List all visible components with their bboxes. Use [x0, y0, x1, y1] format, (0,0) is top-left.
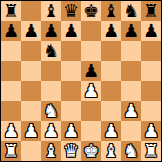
piece-black-pawn: ♟ — [83, 61, 99, 81]
piece-white-queen: ♛ — [63, 141, 79, 161]
square-b5[interactable] — [21, 61, 41, 81]
piece-white-pawn: ♟ — [103, 121, 119, 141]
square-b6[interactable] — [21, 41, 41, 61]
piece-black-pawn: ♟ — [23, 21, 39, 41]
square-g6[interactable] — [121, 41, 141, 61]
square-g7[interactable]: ♟ — [121, 21, 141, 41]
square-d7[interactable]: ♟ — [61, 21, 81, 41]
piece-black-pawn: ♟ — [143, 21, 159, 41]
piece-white-pawn: ♟ — [23, 121, 39, 141]
piece-white-pawn: ♟ — [143, 121, 159, 141]
square-h8[interactable]: ♜ — [141, 1, 161, 21]
square-h5[interactable] — [141, 61, 161, 81]
square-h3[interactable] — [141, 101, 161, 121]
square-f4[interactable] — [101, 81, 121, 101]
piece-white-bishop: ♝ — [43, 141, 59, 161]
piece-white-knight: ♞ — [123, 141, 139, 161]
square-c6[interactable]: ♞ — [41, 41, 61, 61]
piece-black-pawn: ♟ — [43, 21, 59, 41]
square-g4[interactable] — [121, 81, 141, 101]
piece-black-pawn: ♟ — [123, 21, 139, 41]
piece-white-knight: ♞ — [43, 101, 59, 121]
square-g2[interactable] — [121, 121, 141, 141]
piece-white-pawn: ♟ — [3, 121, 19, 141]
square-h6[interactable] — [141, 41, 161, 61]
square-d4[interactable] — [61, 81, 81, 101]
piece-black-bishop: ♝ — [103, 1, 119, 21]
piece-white-pawn: ♟ — [63, 121, 79, 141]
square-f2[interactable]: ♟ — [101, 121, 121, 141]
square-e4[interactable]: ♟ — [81, 81, 101, 101]
square-h1[interactable]: ♜ — [141, 141, 161, 161]
chess-board: ♜♝♛♚♝♞♜♟♟♟♟♟♟♟♞♟♟♞♟♟♟♟♟♟♟♜♝♛♚♝♞♜ — [0, 0, 162, 162]
square-a6[interactable] — [1, 41, 21, 61]
square-c4[interactable] — [41, 81, 61, 101]
square-d8[interactable]: ♛ — [61, 1, 81, 21]
square-a3[interactable] — [1, 101, 21, 121]
square-c2[interactable]: ♟ — [41, 121, 61, 141]
square-f1[interactable]: ♝ — [101, 141, 121, 161]
square-b2[interactable]: ♟ — [21, 121, 41, 141]
piece-white-pawn: ♟ — [83, 81, 99, 101]
square-a4[interactable] — [1, 81, 21, 101]
piece-black-rook: ♜ — [143, 1, 159, 21]
square-d6[interactable] — [61, 41, 81, 61]
square-b3[interactable] — [21, 101, 41, 121]
square-b7[interactable]: ♟ — [21, 21, 41, 41]
piece-white-rook: ♜ — [143, 141, 159, 161]
piece-black-king: ♚ — [83, 1, 99, 21]
square-d2[interactable]: ♟ — [61, 121, 81, 141]
piece-black-queen: ♛ — [63, 1, 79, 21]
piece-white-bishop: ♝ — [103, 141, 119, 161]
square-e5[interactable]: ♟ — [81, 61, 101, 81]
square-f3[interactable] — [101, 101, 121, 121]
square-e8[interactable]: ♚ — [81, 1, 101, 21]
square-f8[interactable]: ♝ — [101, 1, 121, 21]
square-c3[interactable]: ♞ — [41, 101, 61, 121]
square-g8[interactable]: ♞ — [121, 1, 141, 21]
piece-black-pawn: ♟ — [63, 21, 79, 41]
piece-black-bishop: ♝ — [43, 1, 59, 21]
square-a8[interactable]: ♜ — [1, 1, 21, 21]
square-c7[interactable]: ♟ — [41, 21, 61, 41]
piece-black-rook: ♜ — [3, 1, 19, 21]
square-c1[interactable]: ♝ — [41, 141, 61, 161]
piece-black-knight: ♞ — [123, 1, 139, 21]
square-a2[interactable]: ♟ — [1, 121, 21, 141]
square-b8[interactable] — [21, 1, 41, 21]
square-g3[interactable]: ♟ — [121, 101, 141, 121]
square-h2[interactable]: ♟ — [141, 121, 161, 141]
square-h4[interactable] — [141, 81, 161, 101]
square-a5[interactable] — [1, 61, 21, 81]
square-b1[interactable] — [21, 141, 41, 161]
square-f5[interactable] — [101, 61, 121, 81]
square-b4[interactable] — [21, 81, 41, 101]
square-g1[interactable]: ♞ — [121, 141, 141, 161]
square-d5[interactable] — [61, 61, 81, 81]
piece-white-king: ♚ — [83, 141, 99, 161]
piece-black-knight: ♞ — [43, 41, 59, 61]
square-d1[interactable]: ♛ — [61, 141, 81, 161]
square-e6[interactable] — [81, 41, 101, 61]
square-c5[interactable] — [41, 61, 61, 81]
piece-white-rook: ♜ — [3, 141, 19, 161]
square-a7[interactable]: ♟ — [1, 21, 21, 41]
square-e3[interactable] — [81, 101, 101, 121]
square-e2[interactable] — [81, 121, 101, 141]
piece-white-pawn: ♟ — [43, 121, 59, 141]
square-h7[interactable]: ♟ — [141, 21, 161, 41]
square-d3[interactable] — [61, 101, 81, 121]
piece-black-pawn: ♟ — [103, 21, 119, 41]
square-f6[interactable] — [101, 41, 121, 61]
square-e1[interactable]: ♚ — [81, 141, 101, 161]
square-a1[interactable]: ♜ — [1, 141, 21, 161]
square-g5[interactable] — [121, 61, 141, 81]
square-f7[interactable]: ♟ — [101, 21, 121, 41]
square-c8[interactable]: ♝ — [41, 1, 61, 21]
piece-white-pawn: ♟ — [123, 101, 139, 121]
piece-black-pawn: ♟ — [3, 21, 19, 41]
square-e7[interactable] — [81, 21, 101, 41]
